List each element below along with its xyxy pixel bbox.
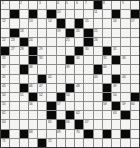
white-cell[interactable]: 37 [1,65,9,73]
white-cell[interactable] [131,56,139,64]
clue-number: 66 [66,120,70,123]
white-cell[interactable] [10,56,18,64]
clue-number: 16 [113,19,117,22]
white-cell[interactable]: 69 [57,130,65,138]
white-cell[interactable]: 40 [103,65,111,73]
white-cell[interactable]: 51 [20,93,28,101]
clue-number: 58 [103,102,107,105]
white-cell[interactable]: 11 [94,10,102,18]
white-cell[interactable] [10,120,18,128]
clue-number: 41 [2,75,6,78]
white-cell[interactable] [75,65,83,73]
white-cell[interactable]: 65 [47,120,55,128]
white-cell[interactable] [57,38,65,46]
black-cell [10,29,18,37]
clue-number: 3 [39,1,41,4]
black-cell [29,47,37,55]
white-cell[interactable]: 46 [29,84,37,92]
clue-number: 68 [29,130,33,133]
clue-number: 34 [76,56,80,59]
white-cell[interactable] [47,1,55,9]
clue-number: 72 [48,139,52,142]
white-cell[interactable]: 20 [75,29,83,37]
white-cell[interactable] [112,29,120,37]
white-cell[interactable] [75,93,83,101]
white-cell[interactable] [47,38,55,46]
white-cell[interactable]: 18 [20,29,28,37]
clue-number: 63 [113,111,117,114]
black-cell [66,56,74,64]
white-cell[interactable] [131,38,139,46]
clue-number: 1 [2,1,4,4]
white-cell[interactable] [75,10,83,18]
white-cell[interactable] [94,93,102,101]
white-cell[interactable] [75,75,83,83]
white-cell[interactable]: 28 [20,47,28,55]
white-cell[interactable]: 58 [103,102,111,110]
white-cell[interactable] [131,1,139,9]
white-cell[interactable] [103,38,111,46]
white-cell[interactable] [47,29,55,37]
white-cell[interactable] [20,56,28,64]
white-cell[interactable] [121,19,129,27]
black-cell [112,10,120,18]
white-cell[interactable]: 21 [94,29,102,37]
clue-number: 59 [122,102,126,105]
white-cell[interactable] [20,10,28,18]
clue-number: 69 [57,130,61,133]
white-cell[interactable] [29,75,37,83]
white-cell[interactable]: 30 [84,47,92,55]
white-cell[interactable] [103,139,111,147]
black-cell [20,38,28,46]
white-cell[interactable] [10,75,18,83]
white-cell[interactable]: 4 [57,1,65,9]
white-cell[interactable]: 48 [75,84,83,92]
white-cell[interactable] [94,84,102,92]
white-cell[interactable] [47,130,55,138]
white-cell[interactable] [57,84,65,92]
white-cell[interactable] [38,65,46,73]
white-cell[interactable]: 26 [94,38,102,46]
white-cell[interactable] [1,10,9,18]
white-cell[interactable] [29,111,37,119]
white-cell[interactable] [75,102,83,110]
white-cell[interactable]: 55 [1,102,9,110]
clue-number: 71 [2,139,6,142]
white-cell[interactable] [94,139,102,147]
white-cell[interactable]: 31 [112,47,120,55]
white-cell[interactable] [121,65,129,73]
white-cell[interactable]: 15 [84,19,92,27]
clue-number: 20 [76,29,80,32]
white-cell[interactable] [84,111,92,119]
clue-number: 25 [66,38,70,41]
white-cell[interactable] [20,102,28,110]
clue-number: 29 [39,47,43,50]
clue-number: 10 [57,10,61,13]
clue-number: 22 [2,38,6,41]
black-cell [20,65,28,73]
white-cell[interactable]: 22 [1,38,9,46]
white-cell[interactable] [112,38,120,46]
black-cell [10,10,18,18]
clue-number: 27 [11,47,15,50]
white-cell[interactable] [103,120,111,128]
white-cell[interactable] [10,19,18,27]
white-cell[interactable] [57,75,65,83]
white-cell[interactable]: 29 [38,47,46,55]
white-cell[interactable] [66,10,74,18]
white-cell[interactable]: 66 [66,120,74,128]
clue-number: 26 [94,38,98,41]
white-cell[interactable]: 67 [84,120,92,128]
white-cell[interactable]: 44 [121,75,129,83]
black-cell [121,130,129,138]
white-cell[interactable] [38,102,46,110]
white-cell[interactable] [94,130,102,138]
clue-number: 65 [48,120,52,123]
white-cell[interactable] [20,139,28,147]
white-cell[interactable]: 49 [112,84,120,92]
black-cell [75,19,83,27]
white-cell[interactable]: 5 [66,1,74,9]
white-cell[interactable] [84,10,92,18]
white-cell[interactable]: 70 [75,130,83,138]
white-cell[interactable]: 3 [38,1,46,9]
black-cell [47,111,55,119]
clue-number: 64 [2,120,6,123]
black-cell [103,84,111,92]
white-cell[interactable] [10,1,18,9]
white-cell[interactable] [57,56,65,64]
black-cell [84,38,92,46]
clue-number: 54 [113,93,117,96]
white-cell[interactable] [121,139,129,147]
clue-number: 7 [85,1,87,4]
clue-number: 33 [39,56,43,59]
white-cell[interactable] [84,75,92,83]
clue-number: 60 [131,102,135,105]
black-cell [57,93,65,101]
white-cell[interactable] [10,65,18,73]
white-cell[interactable]: 34 [75,56,83,64]
white-cell[interactable]: 17 [131,19,139,27]
white-cell[interactable] [57,47,65,55]
black-cell [112,75,120,83]
white-cell[interactable]: 7 [84,1,92,9]
black-cell [66,84,74,92]
clue-number: 6 [76,1,78,4]
white-cell[interactable] [38,130,46,138]
white-cell[interactable] [38,120,46,128]
white-cell[interactable] [131,111,139,119]
white-cell[interactable] [131,130,139,138]
clue-number: 67 [85,120,89,123]
white-cell[interactable] [94,19,102,27]
clue-number: 50 [2,93,6,96]
white-cell[interactable] [38,10,46,18]
white-cell[interactable]: 10 [57,10,65,18]
black-cell [103,47,111,55]
white-cell[interactable] [84,139,92,147]
white-cell[interactable] [66,19,74,27]
white-cell[interactable] [66,139,74,147]
white-cell[interactable]: 63 [112,111,120,119]
white-cell[interactable]: 16 [112,19,120,27]
white-cell[interactable]: 14 [47,19,55,27]
clue-number: 62 [76,111,80,114]
white-cell[interactable] [47,65,55,73]
white-cell[interactable] [10,111,18,119]
clue-number: 43 [94,75,98,78]
white-cell[interactable]: 71 [1,139,9,147]
white-cell[interactable]: 42 [47,75,55,83]
clue-number: 30 [85,47,89,50]
white-cell[interactable] [38,29,46,37]
clue-number: 24 [29,38,33,41]
clue-number: 51 [20,93,24,96]
white-cell[interactable]: 32 [1,56,9,64]
white-cell[interactable] [94,102,102,110]
white-cell[interactable]: 38 [29,65,37,73]
white-cell[interactable] [66,102,74,110]
clue-number: 37 [2,65,6,68]
white-cell[interactable]: 27 [10,47,18,55]
white-cell[interactable] [57,111,65,119]
white-cell[interactable] [29,1,37,9]
white-cell[interactable] [112,139,120,147]
white-cell[interactable] [112,130,120,138]
black-cell [47,102,55,110]
white-cell[interactable]: 1 [1,1,9,9]
white-cell[interactable] [20,120,28,128]
white-cell[interactable] [47,56,55,64]
white-cell[interactable] [121,93,129,101]
white-cell[interactable] [66,130,74,138]
white-cell[interactable] [121,10,129,18]
white-cell[interactable] [75,38,83,46]
white-cell[interactable]: 6 [75,1,83,9]
white-cell[interactable] [112,1,120,9]
white-cell[interactable]: 36 [121,56,129,64]
white-cell[interactable]: 54 [112,93,120,101]
clue-number: 57 [57,102,61,105]
white-cell[interactable] [121,84,129,92]
white-cell[interactable]: 12 [1,19,9,27]
white-cell[interactable] [10,84,18,92]
white-cell[interactable] [38,19,46,27]
clue-number: 19 [57,29,61,32]
clue-number: 32 [2,56,6,59]
clue-number: 52 [39,93,43,96]
white-cell[interactable] [29,139,37,147]
clue-number: 17 [131,19,135,22]
white-cell[interactable] [131,84,139,92]
white-cell[interactable]: 45 [1,84,9,92]
clue-number: 8 [103,1,105,4]
white-cell[interactable]: 61 [1,111,9,119]
black-cell [103,130,111,138]
white-cell[interactable]: 39 [66,65,74,73]
clue-number: 23 [11,38,15,41]
clue-number: 28 [20,47,24,50]
white-cell[interactable] [47,47,55,55]
white-cell[interactable] [20,75,28,83]
white-cell[interactable] [121,120,129,128]
black-cell [131,10,139,18]
black-cell [57,120,65,128]
white-cell[interactable] [131,47,139,55]
white-cell[interactable] [121,38,129,46]
black-cell [75,120,83,128]
black-cell [29,93,37,101]
clue-number: 38 [29,65,33,68]
white-cell[interactable]: 2 [20,1,28,9]
clue-number: 48 [76,84,80,87]
black-cell [20,130,28,138]
white-cell[interactable] [131,65,139,73]
white-cell[interactable] [103,10,111,18]
black-cell [75,47,83,55]
white-cell[interactable] [47,93,55,101]
white-cell[interactable] [84,102,92,110]
white-cell[interactable] [75,139,83,147]
white-cell[interactable] [38,111,46,119]
white-cell[interactable] [10,93,18,101]
white-cell[interactable] [38,38,46,46]
clue-number: 61 [2,111,6,114]
white-cell[interactable]: 33 [38,56,46,64]
white-cell[interactable] [10,102,18,110]
black-cell [94,1,102,9]
black-cell [57,19,65,27]
white-cell[interactable] [10,130,18,138]
white-cell[interactable] [66,75,74,83]
white-cell[interactable] [121,29,129,37]
white-cell[interactable] [10,139,18,147]
white-cell[interactable] [94,47,102,55]
black-cell [66,111,74,119]
clue-number: 44 [122,75,126,78]
crossword-grid: 1234567891011121314151617181920212223242… [0,0,140,148]
white-cell[interactable]: 25 [66,38,74,46]
white-cell[interactable] [84,56,92,64]
clue-number: 46 [29,84,33,87]
clue-number: 56 [29,102,33,105]
white-cell[interactable] [84,84,92,92]
white-cell[interactable] [66,47,74,55]
black-cell [1,47,9,55]
white-cell[interactable]: 8 [103,1,111,9]
white-cell[interactable]: 9 [121,1,129,9]
black-cell [131,93,139,101]
crossword-puzzle-page: 1234567891011121314151617181920212223242… [0,0,140,148]
white-cell[interactable] [103,19,111,27]
white-cell[interactable] [131,75,139,83]
white-cell[interactable]: 23 [10,38,18,46]
white-cell[interactable]: 56 [29,102,37,110]
white-cell[interactable] [84,93,92,101]
white-cell[interactable]: 41 [1,75,9,83]
clue-number: 9 [122,1,124,4]
white-cell[interactable]: 72 [47,139,55,147]
white-cell[interactable] [94,56,102,64]
clue-number: 40 [103,65,107,68]
black-cell [29,56,37,64]
white-cell[interactable] [20,111,28,119]
clue-number: 42 [48,75,52,78]
white-cell[interactable]: 50 [1,93,9,101]
white-cell[interactable] [112,120,120,128]
black-cell [47,10,55,18]
white-cell[interactable]: 68 [29,130,37,138]
white-cell[interactable]: 13 [29,19,37,27]
white-cell[interactable] [29,120,37,128]
white-cell[interactable] [47,84,55,92]
white-cell[interactable] [121,47,129,55]
clue-number: 2 [20,1,22,4]
white-cell[interactable] [29,29,37,37]
black-cell [121,111,129,119]
white-cell[interactable] [112,65,120,73]
white-cell[interactable] [20,19,28,27]
white-cell[interactable] [103,111,111,119]
clue-number: 4 [57,1,59,4]
white-cell[interactable] [131,139,139,147]
white-cell[interactable] [103,75,111,83]
clue-number: 47 [39,84,43,87]
clue-number: 5 [66,1,68,4]
white-cell[interactable]: 19 [57,29,65,37]
white-cell[interactable] [1,29,9,37]
white-cell[interactable]: 64 [1,120,9,128]
white-cell[interactable]: 57 [57,102,65,110]
white-cell[interactable] [103,29,111,37]
white-cell[interactable]: 60 [131,102,139,110]
white-cell[interactable]: 35 [103,56,111,64]
white-cell[interactable] [94,111,102,119]
white-cell[interactable]: 47 [38,84,46,92]
white-cell[interactable]: 52 [38,93,46,101]
white-cell[interactable]: 62 [75,111,83,119]
white-cell[interactable] [57,139,65,147]
black-cell [84,130,92,138]
white-cell[interactable]: 43 [94,75,102,83]
white-cell[interactable]: 53 [66,93,74,101]
black-cell [103,93,111,101]
clue-number: 14 [48,19,52,22]
clue-number: 18 [20,29,24,32]
black-cell [38,75,46,83]
white-cell[interactable] [94,120,102,128]
clue-number: 21 [94,29,98,32]
clue-number: 31 [113,47,117,50]
clue-number: 49 [113,84,117,87]
black-cell [20,84,28,92]
black-cell [66,29,74,37]
white-cell[interactable] [84,65,92,73]
white-cell[interactable] [57,65,65,73]
clue-number: 45 [2,84,6,87]
clue-number: 15 [85,19,89,22]
clue-number: 70 [76,130,80,133]
white-cell[interactable] [131,120,139,128]
white-cell[interactable]: 59 [121,102,129,110]
white-cell[interactable]: 24 [29,38,37,46]
white-cell[interactable] [131,29,139,37]
black-cell [112,56,120,64]
